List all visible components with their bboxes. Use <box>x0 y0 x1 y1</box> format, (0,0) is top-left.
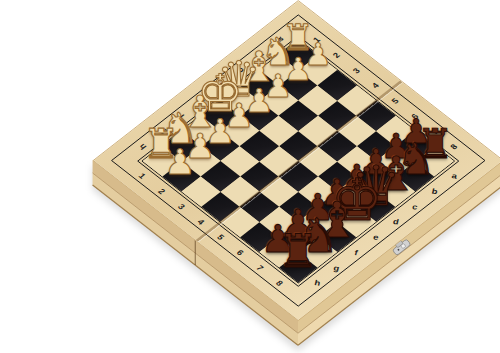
file-label-right-c: c <box>411 202 418 210</box>
file-label-right-b: b <box>431 187 438 195</box>
file-label-right-d: d <box>391 217 398 225</box>
black-rook-h8[interactable]: ♜ <box>277 229 318 275</box>
file-label-right-h: h <box>313 279 320 287</box>
file-label-right-a: a <box>450 172 457 180</box>
product-photo: 1122334455667788aabbccddeeffgghh ♜♞♝♛♚♝♞… <box>0 0 500 353</box>
white-pawn-h2[interactable]: ♟ <box>165 145 196 180</box>
file-label-right-g: g <box>332 263 339 271</box>
file-label-right-e: e <box>372 233 379 241</box>
